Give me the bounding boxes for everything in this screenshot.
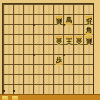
board-square-9-3[interactable] bbox=[3, 24, 13, 34]
board-square-1-9[interactable] bbox=[83, 84, 93, 94]
board-square-6-1[interactable] bbox=[33, 4, 43, 14]
board-square-9-5[interactable] bbox=[3, 44, 13, 54]
board-square-1-6[interactable] bbox=[83, 54, 93, 64]
piece-kanji: 角 bbox=[86, 26, 93, 35]
board-square-1-8[interactable] bbox=[83, 74, 93, 84]
board-square-9-6[interactable] bbox=[3, 54, 13, 64]
board-square-4-5[interactable] bbox=[53, 44, 63, 54]
hand-piece-1[interactable] bbox=[2, 96, 8, 100]
board-square-6-8[interactable] bbox=[33, 74, 43, 84]
board-square-4-1[interactable] bbox=[53, 4, 63, 14]
piece-kanji: 金 bbox=[56, 36, 63, 45]
board-square-9-2[interactable] bbox=[3, 14, 13, 24]
board-square-7-1[interactable] bbox=[23, 4, 33, 14]
board-square-7-4[interactable] bbox=[23, 34, 33, 44]
hand-piece-marker-1 bbox=[3, 90, 5, 92]
piece-kanji: 歩 bbox=[86, 16, 93, 25]
board-square-5-3[interactable] bbox=[43, 24, 53, 34]
board-square-2-5[interactable] bbox=[73, 44, 83, 54]
board-square-8-2[interactable] bbox=[13, 14, 23, 24]
board-square-8-3[interactable] bbox=[13, 24, 23, 34]
board-square-2-9[interactable] bbox=[73, 84, 83, 94]
board-square-8-1[interactable] bbox=[13, 4, 23, 14]
shogi-app-screen: 銀馬歩角金王金銀歩 bbox=[0, 0, 100, 100]
board-square-3-1[interactable] bbox=[63, 4, 73, 14]
board-square-8-4[interactable] bbox=[13, 34, 23, 44]
board-square-7-2[interactable] bbox=[23, 14, 33, 24]
board-square-1-5[interactable] bbox=[83, 44, 93, 54]
piece-kanji: 銀 bbox=[56, 16, 63, 25]
piece-kanji: 金 bbox=[76, 36, 83, 45]
piece-kanji: 王 bbox=[66, 36, 73, 45]
board-square-8-9[interactable] bbox=[13, 84, 23, 94]
board-square-4-7[interactable] bbox=[53, 64, 63, 74]
hand-piece-2[interactable] bbox=[12, 96, 18, 100]
hoshi-dot bbox=[33, 54, 35, 56]
board-square-3-7[interactable] bbox=[63, 64, 73, 74]
board-square-2-1[interactable] bbox=[73, 4, 83, 14]
hand-piece-marker-2 bbox=[13, 90, 15, 92]
board-square-1-7[interactable] bbox=[83, 64, 93, 74]
hoshi-dot bbox=[63, 24, 65, 26]
board-square-6-5[interactable] bbox=[33, 44, 43, 54]
board-square-9-1[interactable] bbox=[3, 4, 13, 14]
board-square-3-8[interactable] bbox=[63, 74, 73, 84]
board-square-5-2[interactable] bbox=[43, 14, 53, 24]
board-square-6-2[interactable] bbox=[33, 14, 43, 24]
board-square-5-6[interactable] bbox=[43, 54, 53, 64]
board-square-6-9[interactable] bbox=[33, 84, 43, 94]
board-square-5-1[interactable] bbox=[43, 4, 53, 14]
board-square-4-3[interactable] bbox=[53, 24, 63, 34]
board-square-7-6[interactable] bbox=[23, 54, 33, 64]
board-square-8-5[interactable] bbox=[13, 44, 23, 54]
board-square-5-9[interactable] bbox=[43, 84, 53, 94]
piece-kanji: 馬 bbox=[66, 16, 73, 25]
board-square-4-9[interactable] bbox=[53, 84, 63, 94]
board-grid bbox=[3, 4, 93, 94]
piece-kanji: 歩 bbox=[56, 56, 63, 65]
board-square-4-8[interactable] bbox=[53, 74, 63, 84]
hoshi-dot bbox=[33, 24, 35, 26]
board-square-2-3[interactable] bbox=[73, 24, 83, 34]
board-square-7-8[interactable] bbox=[23, 74, 33, 84]
board-square-2-2[interactable] bbox=[73, 14, 83, 24]
board-square-9-9[interactable] bbox=[3, 84, 13, 94]
board-square-5-4[interactable] bbox=[43, 34, 53, 44]
board-square-3-9[interactable] bbox=[63, 84, 73, 94]
board-square-2-6[interactable] bbox=[73, 54, 83, 64]
board-square-8-7[interactable] bbox=[13, 64, 23, 74]
board-square-3-5[interactable] bbox=[63, 44, 73, 54]
board-square-9-7[interactable] bbox=[3, 64, 13, 74]
board-square-7-3[interactable] bbox=[23, 24, 33, 34]
board-square-8-6[interactable] bbox=[13, 54, 23, 64]
hoshi-dot bbox=[63, 54, 65, 56]
board-square-9-8[interactable] bbox=[3, 74, 13, 84]
board-square-5-7[interactable] bbox=[43, 64, 53, 74]
shogi-board: 銀馬歩角金王金銀歩 bbox=[2, 3, 94, 95]
board-square-5-8[interactable] bbox=[43, 74, 53, 84]
board-square-6-4[interactable] bbox=[33, 34, 43, 44]
board-square-7-7[interactable] bbox=[23, 64, 33, 74]
board-square-2-8[interactable] bbox=[73, 74, 83, 84]
board-square-7-5[interactable] bbox=[23, 44, 33, 54]
board-square-2-7[interactable] bbox=[73, 64, 83, 74]
piece-kanji: 銀 bbox=[86, 36, 93, 45]
board-square-5-5[interactable] bbox=[43, 44, 53, 54]
board-square-7-9[interactable] bbox=[23, 84, 33, 94]
board-square-9-4[interactable] bbox=[3, 34, 13, 44]
board-square-1-1[interactable] bbox=[83, 4, 93, 14]
board-square-6-7[interactable] bbox=[33, 64, 43, 74]
board-square-8-8[interactable] bbox=[13, 74, 23, 84]
